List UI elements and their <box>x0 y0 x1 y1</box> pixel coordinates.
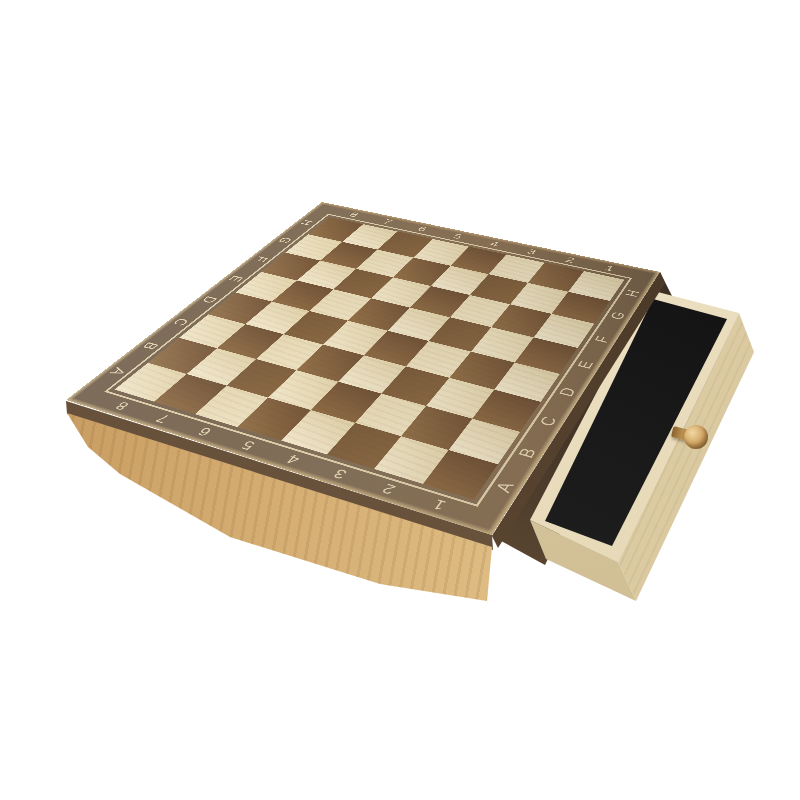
file-label-bottom-f: F <box>592 335 612 344</box>
chess-box-product-photo: AA88BB77CC66DD55EE44FF33GG22HH11 <box>0 0 800 800</box>
drawer-knob <box>684 425 708 449</box>
rank-label-left-8: 8 <box>111 400 131 413</box>
rank-label-right-1: 1 <box>603 264 616 273</box>
rank-label-left-4: 4 <box>283 453 303 467</box>
rank-label-left-6: 6 <box>194 425 214 438</box>
rank-label-left-5: 5 <box>237 439 257 453</box>
rank-label-left-1: 1 <box>429 497 448 513</box>
rank-label-right-3: 3 <box>525 247 538 255</box>
rank-label-right-4: 4 <box>487 240 500 248</box>
rank-label-left-2: 2 <box>378 482 397 497</box>
file-label-bottom-c: C <box>537 415 560 428</box>
rank-label-right-8: 8 <box>347 211 360 218</box>
rank-label-left-7: 7 <box>152 412 172 425</box>
file-label-bottom-a: A <box>493 480 518 495</box>
file-label-bottom-g: G <box>608 311 628 321</box>
file-label-bottom-b: B <box>516 446 540 459</box>
rank-label-right-6: 6 <box>415 225 428 233</box>
rank-label-right-7: 7 <box>381 218 394 225</box>
rank-label-right-5: 5 <box>451 232 464 240</box>
rank-label-left-3: 3 <box>329 467 349 482</box>
file-label-bottom-h: H <box>623 289 642 298</box>
file-label-bottom-d: D <box>557 386 580 398</box>
file-label-bottom-e: E <box>575 360 596 371</box>
rank-label-right-2: 2 <box>563 255 576 263</box>
